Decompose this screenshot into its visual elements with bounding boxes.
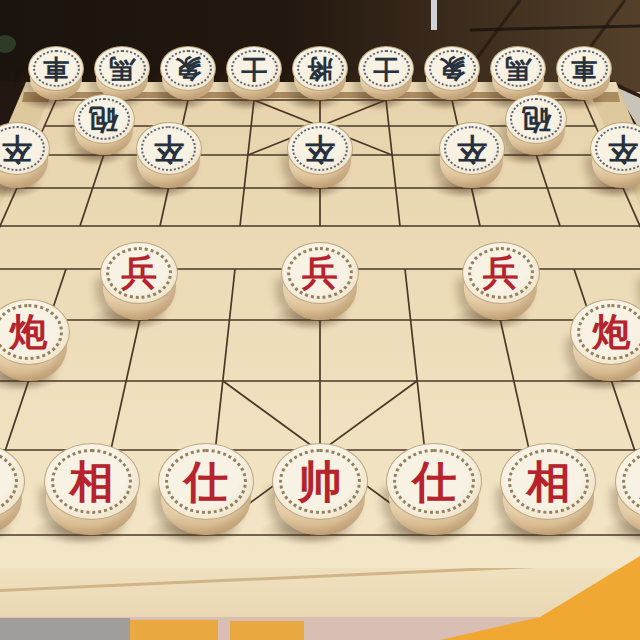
piece-character: 炮 <box>592 313 630 351</box>
piece-face: 砲 <box>505 94 567 144</box>
piece-face: 卒 <box>136 122 202 175</box>
piece-face: 卒 <box>287 122 353 175</box>
piece-face: 車 <box>556 46 612 91</box>
piece-black-elephant-f2[interactable]: 象 <box>160 46 216 105</box>
piece-face: 車 <box>28 46 84 91</box>
yellow-cloth-mid <box>230 621 304 640</box>
piece-red-horse-f1[interactable]: 馬 <box>0 443 25 540</box>
piece-face: 馬 <box>490 46 546 91</box>
piece-face: 炮 <box>570 299 640 365</box>
grey-floor-patch <box>0 618 130 640</box>
piece-ring <box>622 449 640 514</box>
piece-ring <box>0 449 18 514</box>
piece-face: 士 <box>358 46 414 91</box>
piece-character: 炮 <box>10 313 48 351</box>
photo-canvas: 車馬象士將士象馬車砲砲卒卒卒卒卒兵兵兵兵兵炮炮車馬相仕帅仕相馬車 <box>0 0 640 640</box>
piece-character: 相 <box>526 460 570 504</box>
bright-sliver <box>431 0 437 30</box>
piece-character: 帅 <box>298 460 342 504</box>
piece-red-advisor-f5[interactable]: 仕 <box>386 443 482 540</box>
piece-face: 卒 <box>439 122 505 175</box>
piece-black-advisor-f3[interactable]: 士 <box>226 46 282 105</box>
piece-red-cannon-f1[interactable]: 炮 <box>0 299 70 386</box>
piece-face: 仕 <box>386 443 482 520</box>
piece-character: 卒 <box>608 134 638 164</box>
piece-black-advisor-f5[interactable]: 士 <box>358 46 414 105</box>
piece-face: 兵 <box>462 242 540 304</box>
piece-character: 馬 <box>109 56 135 82</box>
piece-black-soldier-f2[interactable]: 卒 <box>136 122 202 193</box>
piece-character: 仕 <box>184 460 228 504</box>
piece-face: 兵 <box>100 242 178 304</box>
piece-character: 兵 <box>483 255 519 291</box>
piece-face: 砲 <box>73 94 135 144</box>
piece-character: 車 <box>43 56 69 82</box>
piece-red-elephant-f2[interactable]: 相 <box>44 443 140 540</box>
piece-black-soldier-f8[interactable]: 卒 <box>590 122 640 193</box>
piece-black-soldier-f0[interactable]: 卒 <box>0 122 50 193</box>
piece-face: 相 <box>44 443 140 520</box>
piece-character: 馬 <box>505 56 531 82</box>
piece-face: 將 <box>292 46 348 91</box>
piece-black-general-f4[interactable]: 將 <box>292 46 348 105</box>
piece-character: 士 <box>241 56 267 82</box>
piece-face: 兵 <box>281 242 359 304</box>
piece-red-soldier-f6[interactable]: 兵 <box>462 242 540 325</box>
piece-character: 卒 <box>2 134 32 164</box>
piece-black-cannon-f1[interactable]: 砲 <box>73 94 135 160</box>
piece-red-soldier-f2[interactable]: 兵 <box>100 242 178 325</box>
piece-black-soldier-f6[interactable]: 卒 <box>439 122 505 193</box>
piece-character: 將 <box>307 56 333 82</box>
piece-character: 砲 <box>522 105 551 134</box>
piece-character: 兵 <box>121 255 157 291</box>
piece-character: 象 <box>175 56 201 82</box>
piece-character: 士 <box>373 56 399 82</box>
piece-face: 象 <box>160 46 216 91</box>
piece-face: 象 <box>424 46 480 91</box>
piece-black-cannon-f7[interactable]: 砲 <box>505 94 567 160</box>
piece-character: 仕 <box>412 460 456 504</box>
piece-black-soldier-f4[interactable]: 卒 <box>287 122 353 193</box>
piece-character: 相 <box>70 460 114 504</box>
yellow-cloth-left <box>130 620 218 640</box>
piece-face: 馬 <box>94 46 150 91</box>
piece-character: 車 <box>571 56 597 82</box>
piece-red-elephant-f6[interactable]: 相 <box>500 443 596 540</box>
piece-character: 砲 <box>89 105 118 134</box>
piece-red-soldier-f4[interactable]: 兵 <box>281 242 359 325</box>
piece-character: 兵 <box>302 255 338 291</box>
piece-character: 卒 <box>305 134 335 164</box>
piece-red-cannon-f7[interactable]: 炮 <box>570 299 640 386</box>
piece-face: 仕 <box>158 443 254 520</box>
piece-character: 卒 <box>154 134 184 164</box>
piece-red-horse-f7[interactable]: 馬 <box>615 443 640 540</box>
piece-red-advisor-f3[interactable]: 仕 <box>158 443 254 540</box>
piece-black-elephant-f6[interactable]: 象 <box>424 46 480 105</box>
piece-red-general-f4[interactable]: 帅 <box>272 443 368 540</box>
piece-face: 士 <box>226 46 282 91</box>
piece-character: 象 <box>439 56 465 82</box>
piece-face: 帅 <box>272 443 368 520</box>
piece-face: 相 <box>500 443 596 520</box>
piece-character: 卒 <box>457 134 487 164</box>
